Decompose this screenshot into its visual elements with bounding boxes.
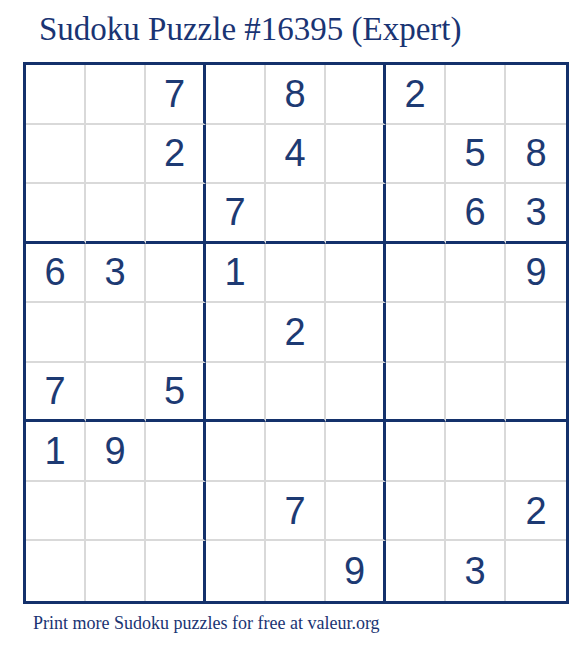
cell-r6c7 <box>386 363 446 423</box>
cell-r7c8 <box>446 422 506 482</box>
cell-r2c4 <box>206 125 266 185</box>
cell-r1c9 <box>506 65 566 125</box>
page-title: Sudoku Puzzle #16395 (Expert) <box>39 11 462 48</box>
cell-r1c2 <box>86 65 146 125</box>
cell-r8c9: 2 <box>506 482 566 542</box>
cell-r4c4: 1 <box>206 244 266 304</box>
cell-r8c2 <box>86 482 146 542</box>
cell-r1c5: 8 <box>266 65 326 125</box>
cell-r8c5: 7 <box>266 482 326 542</box>
cell-r8c6 <box>326 482 386 542</box>
cell-r3c9: 3 <box>506 184 566 244</box>
cell-r8c3 <box>146 482 206 542</box>
cell-r1c4 <box>206 65 266 125</box>
cell-r8c4 <box>206 482 266 542</box>
cell-r5c6 <box>326 303 386 363</box>
cell-r1c6 <box>326 65 386 125</box>
cell-r9c2 <box>86 541 146 601</box>
cell-r6c5 <box>266 363 326 423</box>
cell-r9c4 <box>206 541 266 601</box>
cell-r1c7: 2 <box>386 65 446 125</box>
cell-r9c1 <box>26 541 86 601</box>
cell-r9c8: 3 <box>446 541 506 601</box>
cell-r2c3: 2 <box>146 125 206 185</box>
cell-r7c1: 1 <box>26 422 86 482</box>
cell-r3c2 <box>86 184 146 244</box>
cell-r6c3: 5 <box>146 363 206 423</box>
cell-r3c5 <box>266 184 326 244</box>
cell-r7c7 <box>386 422 446 482</box>
cell-r9c6: 9 <box>326 541 386 601</box>
cell-r3c6 <box>326 184 386 244</box>
cell-r5c7 <box>386 303 446 363</box>
cell-r6c6 <box>326 363 386 423</box>
cell-r5c2 <box>86 303 146 363</box>
cell-r6c8 <box>446 363 506 423</box>
cell-r1c8 <box>446 65 506 125</box>
cell-r5c5: 2 <box>266 303 326 363</box>
cell-r2c2 <box>86 125 146 185</box>
cell-r3c8: 6 <box>446 184 506 244</box>
cell-r9c9 <box>506 541 566 601</box>
cell-r6c2 <box>86 363 146 423</box>
sudoku-page: Sudoku Puzzle #16395 (Expert) 7822458763… <box>0 0 580 651</box>
cell-r1c3: 7 <box>146 65 206 125</box>
cell-r3c3 <box>146 184 206 244</box>
footer-text: Print more Sudoku puzzles for free at va… <box>33 613 380 634</box>
cell-r6c9 <box>506 363 566 423</box>
cell-r2c6 <box>326 125 386 185</box>
cell-r9c3 <box>146 541 206 601</box>
cell-r2c8: 5 <box>446 125 506 185</box>
cell-r2c1 <box>26 125 86 185</box>
cell-r2c7 <box>386 125 446 185</box>
sudoku-board: 78224587636319275197293 <box>23 62 569 604</box>
cell-r8c8 <box>446 482 506 542</box>
cell-r6c1: 7 <box>26 363 86 423</box>
cell-r7c9 <box>506 422 566 482</box>
cell-r7c4 <box>206 422 266 482</box>
cell-r8c7 <box>386 482 446 542</box>
cell-r4c7 <box>386 244 446 304</box>
cell-r4c2: 3 <box>86 244 146 304</box>
cell-r3c4: 7 <box>206 184 266 244</box>
cell-r4c1: 6 <box>26 244 86 304</box>
cell-r5c1 <box>26 303 86 363</box>
cell-r4c5 <box>266 244 326 304</box>
cell-r6c4 <box>206 363 266 423</box>
cell-r5c4 <box>206 303 266 363</box>
cell-r2c5: 4 <box>266 125 326 185</box>
cell-r4c6 <box>326 244 386 304</box>
cell-r7c5 <box>266 422 326 482</box>
cell-r5c3 <box>146 303 206 363</box>
cell-r9c5 <box>266 541 326 601</box>
cell-r1c1 <box>26 65 86 125</box>
cell-r7c6 <box>326 422 386 482</box>
cell-r3c7 <box>386 184 446 244</box>
cell-r7c3 <box>146 422 206 482</box>
cell-r5c8 <box>446 303 506 363</box>
cell-r4c8 <box>446 244 506 304</box>
cell-r5c9 <box>506 303 566 363</box>
cell-r9c7 <box>386 541 446 601</box>
cell-r8c1 <box>26 482 86 542</box>
cell-r7c2: 9 <box>86 422 146 482</box>
cell-r2c9: 8 <box>506 125 566 185</box>
cell-r4c9: 9 <box>506 244 566 304</box>
cell-r4c3 <box>146 244 206 304</box>
cell-r3c1 <box>26 184 86 244</box>
